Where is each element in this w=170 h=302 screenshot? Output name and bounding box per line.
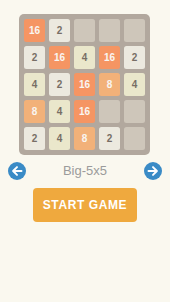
tile-4: 4 (74, 46, 95, 69)
tile-8: 8 (74, 127, 95, 150)
game-screen: 162216416242168484162482 Big-5x5 START G… (0, 0, 170, 302)
tile-16: 16 (49, 46, 70, 69)
tile-4: 4 (49, 100, 70, 123)
empty-cell (124, 19, 145, 42)
tile-2: 2 (124, 46, 145, 69)
empty-cell (99, 100, 120, 123)
board-preview[interactable]: 162216416242168484162482 (19, 14, 150, 155)
variant-selector: Big-5x5 (0, 161, 170, 181)
arrow-right-circle-icon (144, 162, 162, 180)
tile-8: 8 (24, 100, 45, 123)
empty-cell (124, 127, 145, 150)
empty-cell (74, 19, 95, 42)
tile-2: 2 (24, 46, 45, 69)
tile-16: 16 (99, 46, 120, 69)
tile-16: 16 (24, 19, 45, 42)
tile-2: 2 (99, 127, 120, 150)
tile-2: 2 (49, 73, 70, 96)
tile-4: 4 (124, 73, 145, 96)
empty-cell (124, 100, 145, 123)
empty-cell (99, 19, 120, 42)
tile-4: 4 (24, 73, 45, 96)
tile-16: 16 (74, 100, 95, 123)
tile-8: 8 (99, 73, 120, 96)
next-variant-button[interactable] (144, 162, 162, 180)
start-game-button[interactable]: START GAME (33, 188, 137, 222)
tile-2: 2 (24, 127, 45, 150)
tile-4: 4 (49, 127, 70, 150)
tile-2: 2 (49, 19, 70, 42)
tile-16: 16 (74, 73, 95, 96)
